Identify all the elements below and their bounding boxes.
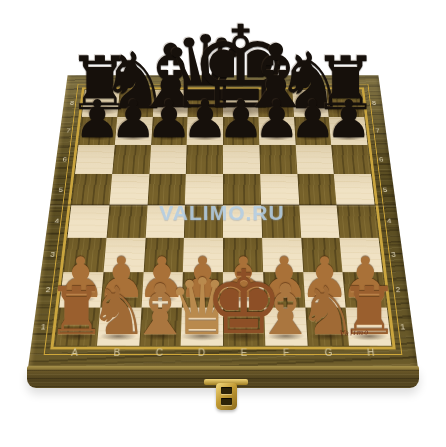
latch-hole: [221, 387, 232, 394]
file-label-e: E: [241, 348, 248, 357]
square-d8: [188, 90, 223, 117]
photo-watermark: VALIMO.RU: [159, 201, 284, 225]
square-f7: [258, 117, 295, 145]
square-c7: [151, 117, 188, 145]
square-b6: [112, 145, 151, 174]
square-b5: [109, 174, 149, 205]
square-g7: [294, 117, 332, 145]
square-a2: [59, 272, 103, 308]
square-h3: [340, 238, 383, 272]
square-d2: [182, 272, 223, 308]
rank-label-left-5: 5: [58, 186, 63, 193]
square-f2: [263, 272, 305, 308]
rank-label-left-2: 2: [45, 286, 51, 294]
square-b3: [103, 238, 145, 272]
square-h1: [346, 308, 391, 346]
rank-label-left-3: 3: [50, 251, 56, 258]
rank-label-left-8: 8: [70, 100, 75, 106]
square-h4: [337, 205, 379, 237]
square-f8: [258, 90, 294, 117]
maker-signature: Valimo: [339, 328, 369, 338]
file-label-g: G: [324, 348, 333, 357]
square-d7: [187, 117, 223, 145]
square-b2: [100, 272, 143, 308]
file-label-c: C: [155, 348, 163, 357]
square-g4: [299, 205, 340, 237]
rank-label-left-4: 4: [54, 218, 59, 225]
file-label-d: D: [198, 348, 206, 357]
rank-label-right-5: 5: [382, 186, 387, 193]
square-a3: [63, 238, 106, 272]
square-d1: [181, 308, 223, 346]
rank-label-right-1: 1: [400, 323, 406, 331]
square-h5: [334, 174, 375, 205]
square-h2: [343, 272, 387, 308]
square-h8: [327, 90, 365, 117]
square-g2: [303, 272, 346, 308]
square-c2: [141, 272, 183, 308]
rank-label-left-7: 7: [66, 128, 71, 134]
square-g3: [301, 238, 343, 272]
square-g8: [292, 90, 329, 117]
square-f1: [264, 308, 307, 346]
square-f6: [259, 145, 297, 174]
square-g6: [295, 145, 334, 174]
file-label-a: A: [71, 348, 79, 357]
square-g5: [297, 174, 337, 205]
square-b1: [97, 308, 141, 346]
rank-label-right-6: 6: [379, 156, 384, 162]
square-h6: [331, 145, 371, 174]
brass-latch: [216, 383, 237, 410]
square-e2: [223, 272, 264, 308]
square-c6: [149, 145, 187, 174]
file-label-b: B: [113, 348, 121, 357]
rank-label-right-4: 4: [386, 218, 391, 225]
latch-hole: [221, 398, 232, 405]
square-a8: [82, 90, 120, 117]
rank-label-right-7: 7: [375, 128, 380, 134]
square-f3: [262, 238, 303, 272]
rank-label-right-3: 3: [391, 251, 397, 258]
square-c3: [143, 238, 184, 272]
rank-label-left-6: 6: [62, 156, 67, 162]
square-e3: [223, 238, 263, 272]
square-a1: [55, 308, 100, 346]
square-e1: [223, 308, 265, 346]
square-h7: [329, 117, 368, 145]
square-d6: [186, 145, 223, 174]
square-e8: [223, 90, 258, 117]
square-c8: [152, 90, 188, 117]
file-label-h: H: [367, 348, 376, 357]
square-a6: [75, 145, 115, 174]
square-g1: [305, 308, 349, 346]
square-b8: [117, 90, 154, 117]
file-label-f: F: [283, 348, 290, 357]
square-e6: [223, 145, 260, 174]
square-a7: [78, 117, 117, 145]
square-e7: [223, 117, 259, 145]
square-b4: [106, 205, 147, 237]
square-b7: [115, 117, 153, 145]
square-a5: [71, 174, 112, 205]
rank-label-left-1: 1: [40, 323, 46, 331]
square-d3: [183, 238, 223, 272]
rank-label-right-2: 2: [395, 286, 401, 294]
rank-label-right-8: 8: [372, 100, 377, 106]
square-a4: [67, 205, 109, 237]
photo-stage: 8877665544332211ABCDEFGH ♜♞♝♛♚♝♞♜♟♟♟♟♟♟♟…: [0, 0, 446, 447]
square-c1: [139, 308, 182, 346]
